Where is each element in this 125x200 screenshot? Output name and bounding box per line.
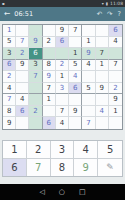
- cell-r2c8[interactable]: [96, 37, 109, 49]
- cell-r3c2[interactable]: 2: [16, 48, 29, 60]
- cell-r6c4[interactable]: 7: [43, 83, 56, 95]
- cell-r5c6[interactable]: 4: [69, 71, 82, 83]
- cell-r6c1[interactable]: 4: [3, 83, 16, 95]
- pencil-key[interactable]: ✎: [98, 159, 122, 177]
- status-bar: ▪ ▾ ▮ 11:08: [0, 0, 125, 7]
- cell-r4c8[interactable]: 1: [96, 60, 109, 72]
- cell-r1c8[interactable]: [96, 25, 109, 37]
- cell-r7c2[interactable]: 4: [16, 94, 29, 106]
- nav-back-icon[interactable]: ◁: [39, 189, 44, 196]
- cell-r7c6[interactable]: [69, 94, 82, 106]
- cell-r4c7[interactable]: 4: [82, 60, 95, 72]
- key-3[interactable]: 3: [51, 141, 75, 159]
- cell-r3c7[interactable]: 9: [82, 48, 95, 60]
- cell-r3c5[interactable]: [56, 48, 69, 60]
- cell-r9c2[interactable]: [16, 117, 29, 129]
- cell-r6c2[interactable]: [16, 83, 29, 95]
- cell-r6c3[interactable]: [29, 83, 42, 95]
- key-1[interactable]: 1: [3, 141, 27, 159]
- key-6[interactable]: 6: [3, 159, 27, 177]
- wifi-icon: ▾: [102, 2, 104, 6]
- cell-r5c2[interactable]: [16, 71, 29, 83]
- cell-r1c5[interactable]: 9: [56, 25, 69, 37]
- key-9[interactable]: 9: [74, 159, 98, 177]
- cell-r8c9[interactable]: 1: [109, 106, 122, 118]
- cell-r4c4[interactable]: 8: [43, 60, 56, 72]
- cell-r4c2[interactable]: 9: [16, 60, 29, 72]
- sudoku-board: 1976579261432619769382541727914473659274…: [2, 24, 123, 130]
- back-button[interactable]: ←: [4, 10, 10, 18]
- cell-r5c1[interactable]: 2: [3, 71, 16, 83]
- cell-r1c1[interactable]: 1: [3, 25, 16, 37]
- cell-r9c9[interactable]: [109, 117, 122, 129]
- cell-r2c5[interactable]: 6: [56, 37, 69, 49]
- cell-r7c4[interactable]: 1: [43, 94, 56, 106]
- cell-r6c9[interactable]: 2: [109, 83, 122, 95]
- undo-icon[interactable]: ↶: [97, 11, 102, 18]
- redo-icon[interactable]: ↷: [107, 11, 112, 18]
- cell-r8c8[interactable]: 4: [96, 106, 109, 118]
- cell-r2c4[interactable]: 2: [43, 37, 56, 49]
- cell-r1c4[interactable]: [43, 25, 56, 37]
- cell-r7c3[interactable]: [29, 94, 42, 106]
- cell-r5c3[interactable]: 7: [29, 71, 42, 83]
- android-nav-bar: ◁ ○ □: [0, 184, 125, 200]
- cell-r4c6[interactable]: 5: [69, 60, 82, 72]
- cell-r7c5[interactable]: [56, 94, 69, 106]
- cell-r6c7[interactable]: 5: [82, 83, 95, 95]
- cell-r7c8[interactable]: [96, 94, 109, 106]
- cell-r9c8[interactable]: [96, 117, 109, 129]
- cell-r9c4[interactable]: 6: [43, 117, 56, 129]
- appbar-actions: ↶ ↷ ?: [97, 11, 121, 18]
- cell-r8c1[interactable]: 8: [3, 106, 16, 118]
- cell-r3c1[interactable]: 3: [3, 48, 16, 60]
- key-5[interactable]: 5: [98, 141, 122, 159]
- cell-r8c6[interactable]: 9: [69, 106, 82, 118]
- key-4[interactable]: 4: [74, 141, 98, 159]
- cell-r8c3[interactable]: 2: [29, 106, 42, 118]
- cell-r6c5[interactable]: 3: [56, 83, 69, 95]
- cell-r3c8[interactable]: 7: [96, 48, 109, 60]
- key-2[interactable]: 2: [27, 141, 51, 159]
- status-clock: 11:08: [110, 1, 123, 6]
- cell-r9c3[interactable]: [29, 117, 42, 129]
- cell-r6c6[interactable]: 6: [69, 83, 82, 95]
- cell-r9c7[interactable]: 7: [82, 117, 95, 129]
- cell-r8c7[interactable]: [82, 106, 95, 118]
- cell-r1c9[interactable]: 6: [109, 25, 122, 37]
- nav-home-icon[interactable]: ○: [59, 189, 65, 196]
- cell-r4c9[interactable]: 7: [109, 60, 122, 72]
- cell-r5c5[interactable]: 1: [56, 71, 69, 83]
- cell-r2c9[interactable]: 4: [109, 37, 122, 49]
- cell-r2c6[interactable]: [69, 37, 82, 49]
- cell-r2c2[interactable]: 7: [16, 37, 29, 49]
- cell-r3c6[interactable]: 1: [69, 48, 82, 60]
- cell-r1c2[interactable]: [16, 25, 29, 37]
- status-right-cluster: ▾ ▮ 11:08: [102, 1, 123, 6]
- cell-r4c5[interactable]: 2: [56, 60, 69, 72]
- cell-r6c8[interactable]: 9: [96, 83, 109, 95]
- cell-r5c8[interactable]: [96, 71, 109, 83]
- cell-r8c4[interactable]: [43, 106, 56, 118]
- game-timer: 06:51: [14, 10, 33, 18]
- cell-r2c3[interactable]: 9: [29, 37, 42, 49]
- key-7[interactable]: 7: [27, 159, 51, 177]
- cell-r4c3[interactable]: 3: [29, 60, 42, 72]
- key-8[interactable]: 8: [51, 159, 75, 177]
- cell-r5c9[interactable]: [109, 71, 122, 83]
- cell-r7c7[interactable]: [82, 94, 95, 106]
- cell-r3c9[interactable]: [109, 48, 122, 60]
- cell-r1c6[interactable]: 7: [69, 25, 82, 37]
- cell-r8c5[interactable]: 7: [56, 106, 69, 118]
- notification-icon: ▪: [2, 2, 5, 6]
- cell-r3c3[interactable]: 6: [29, 48, 42, 60]
- cell-r3c4[interactable]: [43, 48, 56, 60]
- battery-icon: ▮: [106, 2, 108, 6]
- number-pad: 123456789✎: [2, 140, 123, 177]
- help-icon[interactable]: ?: [118, 11, 121, 18]
- app-bar: ← 06:51 ↶ ↷ ?: [0, 7, 125, 21]
- cell-r2c1[interactable]: 5: [3, 37, 16, 49]
- cell-r5c4[interactable]: 9: [43, 71, 56, 83]
- cell-r2c7[interactable]: 1: [82, 37, 95, 49]
- cell-r9c6[interactable]: [69, 117, 82, 129]
- cell-r1c7[interactable]: [82, 25, 95, 37]
- cell-r9c1[interactable]: 9: [3, 117, 16, 129]
- cell-r5c7[interactable]: [82, 71, 95, 83]
- cell-r7c9[interactable]: 9: [109, 94, 122, 106]
- cell-r8c2[interactable]: 6: [16, 106, 29, 118]
- nav-recents-icon[interactable]: □: [79, 189, 86, 196]
- cell-r1c3[interactable]: [29, 25, 42, 37]
- cell-r7c1[interactable]: 7: [3, 94, 16, 106]
- cell-r9c5[interactable]: 4: [56, 117, 69, 129]
- cell-r4c1[interactable]: 6: [3, 60, 16, 72]
